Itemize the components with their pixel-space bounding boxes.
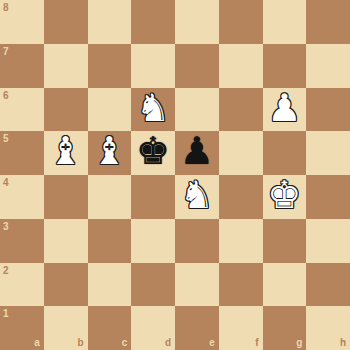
square-a2[interactable]: 2 xyxy=(0,263,44,307)
square-d4[interactable] xyxy=(131,175,175,219)
square-e5[interactable]: ♟ xyxy=(175,131,219,175)
square-b5[interactable]: ♝ xyxy=(44,131,88,175)
square-h6[interactable] xyxy=(306,88,350,132)
piece-black-king[interactable]: ♚ xyxy=(136,130,170,174)
file-label-h: h xyxy=(340,338,346,348)
square-d8[interactable] xyxy=(131,0,175,44)
square-c7[interactable] xyxy=(88,44,132,88)
piece-white-knight[interactable]: ♞ xyxy=(180,174,214,218)
square-b3[interactable] xyxy=(44,219,88,263)
square-a7[interactable]: 7 xyxy=(0,44,44,88)
square-a5[interactable]: 5 xyxy=(0,131,44,175)
square-b7[interactable] xyxy=(44,44,88,88)
square-a8[interactable]: 8 xyxy=(0,0,44,44)
rank-label-1: 1 xyxy=(3,309,9,319)
square-g3[interactable] xyxy=(263,219,307,263)
square-g2[interactable] xyxy=(263,263,307,307)
square-e7[interactable] xyxy=(175,44,219,88)
square-d3[interactable] xyxy=(131,219,175,263)
square-a3[interactable]: 3 xyxy=(0,219,44,263)
square-a6[interactable]: 6 xyxy=(0,88,44,132)
square-h4[interactable] xyxy=(306,175,350,219)
piece-white-bishop[interactable]: ♝ xyxy=(92,130,126,174)
piece-white-king[interactable]: ♚ xyxy=(267,174,301,218)
square-e6[interactable] xyxy=(175,88,219,132)
square-c6[interactable] xyxy=(88,88,132,132)
square-b6[interactable] xyxy=(44,88,88,132)
rank-label-5: 5 xyxy=(3,134,9,144)
square-h1[interactable]: h xyxy=(306,306,350,350)
square-g5[interactable] xyxy=(263,131,307,175)
square-h5[interactable] xyxy=(306,131,350,175)
piece-white-bishop[interactable]: ♝ xyxy=(49,130,83,174)
square-f3[interactable] xyxy=(219,219,263,263)
file-label-d: d xyxy=(165,338,171,348)
square-e8[interactable] xyxy=(175,0,219,44)
square-c8[interactable] xyxy=(88,0,132,44)
square-e4[interactable]: ♞ xyxy=(175,175,219,219)
square-f5[interactable] xyxy=(219,131,263,175)
square-d5[interactable]: ♚ xyxy=(131,131,175,175)
square-c4[interactable] xyxy=(88,175,132,219)
rank-label-7: 7 xyxy=(3,47,9,57)
square-f7[interactable] xyxy=(219,44,263,88)
square-b8[interactable] xyxy=(44,0,88,44)
square-d7[interactable] xyxy=(131,44,175,88)
chess-board: 876♞♟5♝♝♚♟4♞♚321abcdefgh xyxy=(0,0,350,350)
rank-label-8: 8 xyxy=(3,3,9,13)
square-a1[interactable]: 1a xyxy=(0,306,44,350)
file-label-g: g xyxy=(296,338,302,348)
square-h7[interactable] xyxy=(306,44,350,88)
square-c2[interactable] xyxy=(88,263,132,307)
square-g7[interactable] xyxy=(263,44,307,88)
file-label-f: f xyxy=(255,338,258,348)
square-f2[interactable] xyxy=(219,263,263,307)
square-f8[interactable] xyxy=(219,0,263,44)
rank-label-2: 2 xyxy=(3,266,9,276)
file-label-b: b xyxy=(77,338,83,348)
square-d1[interactable]: d xyxy=(131,306,175,350)
square-g6[interactable]: ♟ xyxy=(263,88,307,132)
rank-label-6: 6 xyxy=(3,91,9,101)
rank-label-4: 4 xyxy=(3,178,9,188)
square-c3[interactable] xyxy=(88,219,132,263)
square-h8[interactable] xyxy=(306,0,350,44)
square-c1[interactable]: c xyxy=(88,306,132,350)
square-f6[interactable] xyxy=(219,88,263,132)
file-label-c: c xyxy=(122,338,128,348)
square-e2[interactable] xyxy=(175,263,219,307)
square-b4[interactable] xyxy=(44,175,88,219)
file-label-e: e xyxy=(209,338,215,348)
square-g1[interactable]: g xyxy=(263,306,307,350)
square-h2[interactable] xyxy=(306,263,350,307)
square-a4[interactable]: 4 xyxy=(0,175,44,219)
piece-white-pawn[interactable]: ♟ xyxy=(267,87,301,131)
square-c5[interactable]: ♝ xyxy=(88,131,132,175)
piece-white-knight[interactable]: ♞ xyxy=(136,87,170,131)
square-e1[interactable]: e xyxy=(175,306,219,350)
file-label-a: a xyxy=(34,338,40,348)
square-d2[interactable] xyxy=(131,263,175,307)
square-h3[interactable] xyxy=(306,219,350,263)
piece-black-pawn[interactable]: ♟ xyxy=(180,130,214,174)
square-g8[interactable] xyxy=(263,0,307,44)
square-d6[interactable]: ♞ xyxy=(131,88,175,132)
rank-label-3: 3 xyxy=(3,222,9,232)
square-b1[interactable]: b xyxy=(44,306,88,350)
square-f4[interactable] xyxy=(219,175,263,219)
square-f1[interactable]: f xyxy=(219,306,263,350)
square-e3[interactable] xyxy=(175,219,219,263)
square-b2[interactable] xyxy=(44,263,88,307)
square-g4[interactable]: ♚ xyxy=(263,175,307,219)
